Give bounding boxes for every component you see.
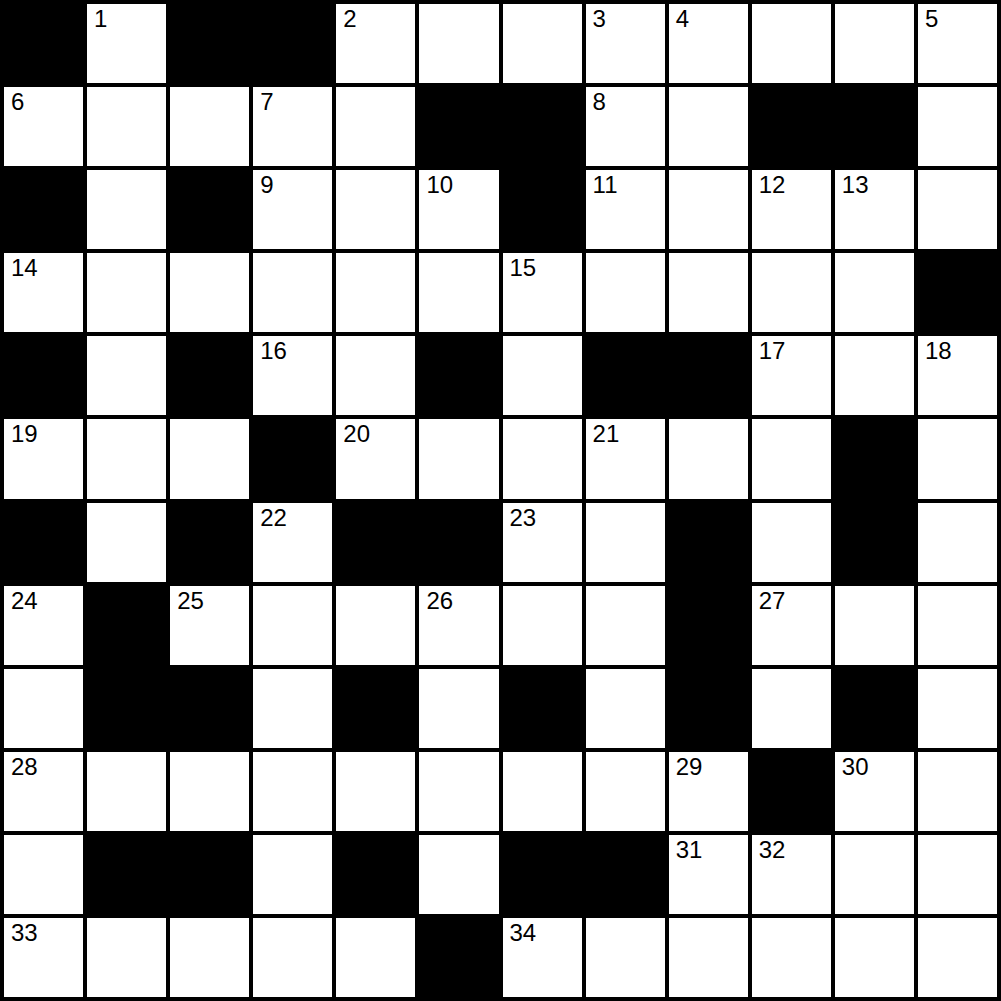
- black-cell-r10c1: [87, 835, 166, 914]
- white-cell-r10c9[interactable]: 32: [752, 835, 831, 914]
- white-cell-r9c1[interactable]: [87, 752, 166, 831]
- black-cell-r7c8: [669, 586, 748, 665]
- white-cell-r8c11[interactable]: [918, 669, 997, 748]
- white-cell-r0c9[interactable]: [752, 4, 831, 83]
- white-cell-r11c7[interactable]: [586, 918, 665, 997]
- black-cell-r1c10: [835, 87, 914, 166]
- black-cell-r5c3: [253, 419, 332, 498]
- clue-number: 16: [260, 338, 287, 363]
- white-cell-r5c4[interactable]: 20: [336, 419, 415, 498]
- clue-number: 28: [11, 754, 38, 779]
- black-cell-r11c5: [419, 918, 498, 997]
- white-cell-r3c7[interactable]: [586, 253, 665, 332]
- white-cell-r3c0[interactable]: 14: [4, 253, 83, 332]
- clue-number: 10: [426, 172, 453, 197]
- black-cell-r0c2: [170, 4, 249, 83]
- white-cell-r1c2[interactable]: [170, 87, 249, 166]
- white-cell-r11c9[interactable]: [752, 918, 831, 997]
- black-cell-r3c11: [918, 253, 997, 332]
- black-cell-r6c2: [170, 503, 249, 582]
- white-cell-r6c1[interactable]: [87, 503, 166, 582]
- white-cell-r1c1[interactable]: [87, 87, 166, 166]
- clue-number: 6: [11, 89, 24, 114]
- white-cell-r2c1[interactable]: [87, 170, 166, 249]
- white-cell-r5c11[interactable]: [918, 419, 997, 498]
- black-cell-r8c8: [669, 669, 748, 748]
- white-cell-r5c7[interactable]: 21: [586, 419, 665, 498]
- white-cell-r1c7[interactable]: 8: [586, 87, 665, 166]
- clue-number: 23: [510, 505, 537, 530]
- black-cell-r6c0: [4, 503, 83, 582]
- white-cell-r8c0[interactable]: [4, 669, 83, 748]
- clue-number: 26: [426, 588, 453, 613]
- white-cell-r11c1[interactable]: [87, 918, 166, 997]
- black-cell-r6c8: [669, 503, 748, 582]
- clue-number: 21: [593, 421, 620, 446]
- white-cell-r10c3[interactable]: [253, 835, 332, 914]
- white-cell-r9c2[interactable]: [170, 752, 249, 831]
- white-cell-r4c4[interactable]: [336, 336, 415, 415]
- white-cell-r7c9[interactable]: 27: [752, 586, 831, 665]
- white-cell-r5c9[interactable]: [752, 419, 831, 498]
- clue-number: 27: [759, 588, 786, 613]
- white-cell-r7c2[interactable]: 25: [170, 586, 249, 665]
- white-cell-r11c3[interactable]: [253, 918, 332, 997]
- white-cell-r10c0[interactable]: [4, 835, 83, 914]
- white-cell-r6c6[interactable]: 23: [503, 503, 582, 582]
- black-cell-r4c5: [419, 336, 498, 415]
- clue-number: 22: [260, 505, 287, 530]
- white-cell-r10c8[interactable]: 31: [669, 835, 748, 914]
- black-cell-r10c4: [336, 835, 415, 914]
- white-cell-r8c9[interactable]: [752, 669, 831, 748]
- clue-number: 4: [676, 6, 689, 31]
- white-cell-r11c11[interactable]: [918, 918, 997, 997]
- white-cell-r11c4[interactable]: [336, 918, 415, 997]
- white-cell-r2c5[interactable]: 10: [419, 170, 498, 249]
- white-cell-r11c2[interactable]: [170, 918, 249, 997]
- white-cell-r1c8[interactable]: [669, 87, 748, 166]
- white-cell-r9c6[interactable]: [503, 752, 582, 831]
- white-cell-r9c11[interactable]: [918, 752, 997, 831]
- crossword-board: 1234567891011121314151617181920212223242…: [0, 0, 1001, 1001]
- black-cell-r0c3: [253, 4, 332, 83]
- black-cell-r4c0: [4, 336, 83, 415]
- clue-number: 11: [593, 172, 618, 197]
- clue-number: 30: [842, 754, 869, 779]
- black-cell-r1c9: [752, 87, 831, 166]
- white-cell-r6c7[interactable]: [586, 503, 665, 582]
- white-cell-r0c1[interactable]: 1: [87, 4, 166, 83]
- black-cell-r2c0: [4, 170, 83, 249]
- clue-number: 12: [759, 172, 786, 197]
- white-cell-r3c10[interactable]: [835, 253, 914, 332]
- white-cell-r6c11[interactable]: [918, 503, 997, 582]
- white-cell-r10c10[interactable]: [835, 835, 914, 914]
- black-cell-r8c1: [87, 669, 166, 748]
- black-cell-r7c1: [87, 586, 166, 665]
- black-cell-r1c5: [419, 87, 498, 166]
- clue-number: 1: [94, 6, 107, 31]
- white-cell-r7c5[interactable]: 26: [419, 586, 498, 665]
- white-cell-r7c3[interactable]: [253, 586, 332, 665]
- white-cell-r1c4[interactable]: [336, 87, 415, 166]
- clue-number: 3: [593, 6, 606, 31]
- white-cell-r0c7[interactable]: 3: [586, 4, 665, 83]
- white-cell-r0c6[interactable]: [503, 4, 582, 83]
- white-cell-r2c8[interactable]: [669, 170, 748, 249]
- black-cell-r0c0: [4, 4, 83, 83]
- clue-number: 18: [925, 338, 952, 363]
- white-cell-r8c7[interactable]: [586, 669, 665, 748]
- white-cell-r4c11[interactable]: 18: [918, 336, 997, 415]
- white-cell-r11c10[interactable]: [835, 918, 914, 997]
- clue-number: 8: [593, 89, 606, 114]
- white-cell-r2c9[interactable]: 12: [752, 170, 831, 249]
- white-cell-r0c8[interactable]: 4: [669, 4, 748, 83]
- black-cell-r2c6: [503, 170, 582, 249]
- white-cell-r7c11[interactable]: [918, 586, 997, 665]
- white-cell-r3c6[interactable]: 15: [503, 253, 582, 332]
- white-cell-r1c11[interactable]: [918, 87, 997, 166]
- white-cell-r0c10[interactable]: [835, 4, 914, 83]
- white-cell-r7c6[interactable]: [503, 586, 582, 665]
- white-cell-r4c10[interactable]: [835, 336, 914, 415]
- white-cell-r5c2[interactable]: [170, 419, 249, 498]
- white-cell-r9c10[interactable]: 30: [835, 752, 914, 831]
- white-cell-r9c4[interactable]: [336, 752, 415, 831]
- black-cell-r1c6: [503, 87, 582, 166]
- black-cell-r4c7: [586, 336, 665, 415]
- clue-number: 34: [510, 920, 537, 945]
- white-cell-r4c1[interactable]: [87, 336, 166, 415]
- black-cell-r6c4: [336, 503, 415, 582]
- clue-number: 9: [260, 172, 273, 197]
- white-cell-r3c2[interactable]: [170, 253, 249, 332]
- clue-number: 13: [842, 172, 869, 197]
- black-cell-r9c9: [752, 752, 831, 831]
- white-cell-r5c1[interactable]: [87, 419, 166, 498]
- white-cell-r9c5[interactable]: [419, 752, 498, 831]
- white-cell-r2c11[interactable]: [918, 170, 997, 249]
- black-cell-r10c2: [170, 835, 249, 914]
- black-cell-r5c10: [835, 419, 914, 498]
- clue-number: 20: [343, 421, 370, 446]
- black-cell-r2c2: [170, 170, 249, 249]
- white-cell-r9c0[interactable]: 28: [4, 752, 83, 831]
- white-cell-r11c0[interactable]: 33: [4, 918, 83, 997]
- black-cell-r4c2: [170, 336, 249, 415]
- white-cell-r7c4[interactable]: [336, 586, 415, 665]
- clue-number: 33: [11, 920, 38, 945]
- clue-number: 24: [11, 588, 38, 613]
- white-cell-r7c0[interactable]: 24: [4, 586, 83, 665]
- white-cell-r11c6[interactable]: 34: [503, 918, 582, 997]
- clue-number: 19: [11, 421, 38, 446]
- white-cell-r10c5[interactable]: [419, 835, 498, 914]
- white-cell-r6c9[interactable]: [752, 503, 831, 582]
- black-cell-r10c6: [503, 835, 582, 914]
- black-cell-r8c6: [503, 669, 582, 748]
- white-cell-r5c8[interactable]: [669, 419, 748, 498]
- white-cell-r7c7[interactable]: [586, 586, 665, 665]
- white-cell-r1c0[interactable]: 6: [4, 87, 83, 166]
- white-cell-r7c10[interactable]: [835, 586, 914, 665]
- white-cell-r8c3[interactable]: [253, 669, 332, 748]
- clue-number: 32: [759, 837, 786, 862]
- clue-number: 2: [343, 6, 356, 31]
- black-cell-r8c10: [835, 669, 914, 748]
- white-cell-r2c3[interactable]: 9: [253, 170, 332, 249]
- white-cell-r3c3[interactable]: [253, 253, 332, 332]
- clue-number: 7: [260, 89, 273, 114]
- white-cell-r3c1[interactable]: [87, 253, 166, 332]
- white-cell-r8c5[interactable]: [419, 669, 498, 748]
- white-cell-r6c3[interactable]: 22: [253, 503, 332, 582]
- white-cell-r0c5[interactable]: [419, 4, 498, 83]
- clue-number: 15: [510, 255, 537, 280]
- black-cell-r4c8: [669, 336, 748, 415]
- white-cell-r9c7[interactable]: [586, 752, 665, 831]
- clue-number: 5: [925, 6, 938, 31]
- white-cell-r9c3[interactable]: [253, 752, 332, 831]
- white-cell-r0c11[interactable]: 5: [918, 4, 997, 83]
- black-cell-r8c2: [170, 669, 249, 748]
- clue-number: 31: [676, 837, 703, 862]
- white-cell-r2c10[interactable]: 13: [835, 170, 914, 249]
- white-cell-r11c8[interactable]: [669, 918, 748, 997]
- white-cell-r2c7[interactable]: 11: [586, 170, 665, 249]
- black-cell-r8c4: [336, 669, 415, 748]
- black-cell-r6c10: [835, 503, 914, 582]
- white-cell-r9c8[interactable]: 29: [669, 752, 748, 831]
- white-cell-r3c4[interactable]: [336, 253, 415, 332]
- black-cell-r10c7: [586, 835, 665, 914]
- white-cell-r2c4[interactable]: [336, 170, 415, 249]
- white-cell-r5c0[interactable]: 19: [4, 419, 83, 498]
- white-cell-r4c9[interactable]: 17: [752, 336, 831, 415]
- clue-number: 17: [759, 338, 786, 363]
- clue-number: 14: [11, 255, 38, 280]
- white-cell-r10c11[interactable]: [918, 835, 997, 914]
- clue-number: 25: [177, 588, 204, 613]
- white-cell-r4c6[interactable]: [503, 336, 582, 415]
- clue-number: 29: [676, 754, 703, 779]
- white-cell-r5c6[interactable]: [503, 419, 582, 498]
- white-cell-r3c9[interactable]: [752, 253, 831, 332]
- black-cell-r6c5: [419, 503, 498, 582]
- white-cell-r5c5[interactable]: [419, 419, 498, 498]
- white-cell-r3c5[interactable]: [419, 253, 498, 332]
- white-cell-r1c3[interactable]: 7: [253, 87, 332, 166]
- white-cell-r0c4[interactable]: 2: [336, 4, 415, 83]
- white-cell-r3c8[interactable]: [669, 253, 748, 332]
- white-cell-r4c3[interactable]: 16: [253, 336, 332, 415]
